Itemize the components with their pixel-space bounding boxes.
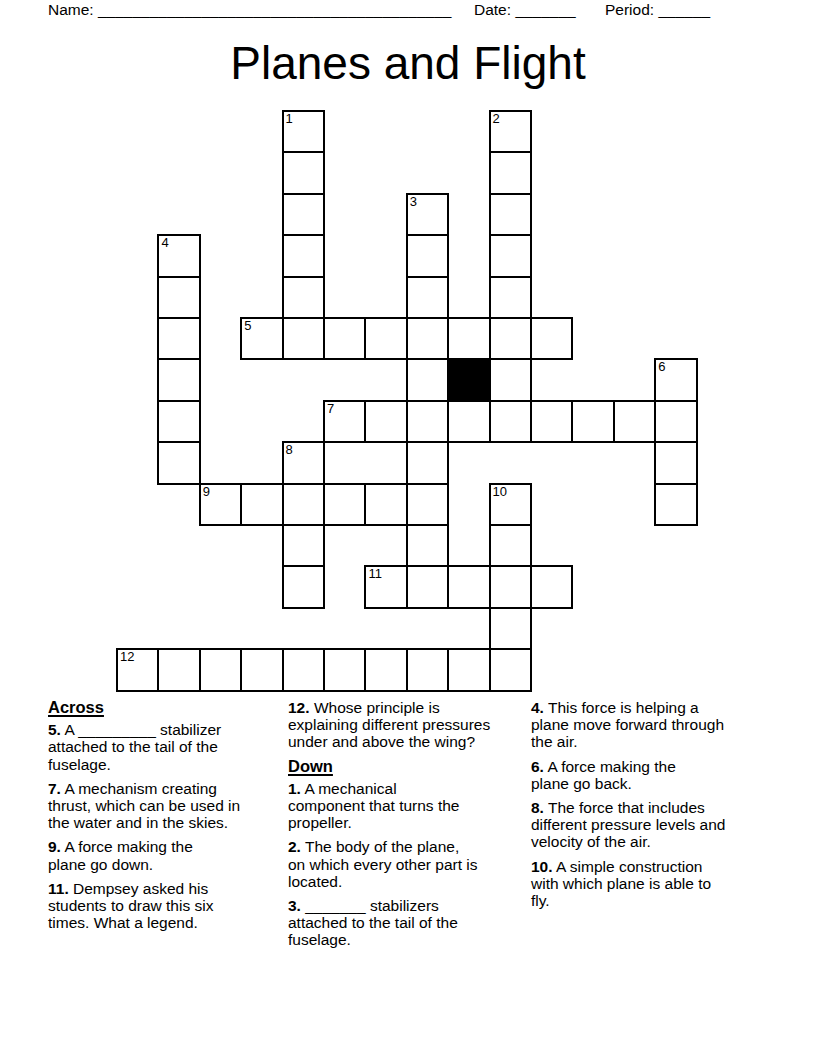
- clue-number-9: 9: [203, 485, 210, 499]
- clue-label: 1.: [288, 780, 301, 797]
- cell-r10c7[interactable]: [406, 524, 449, 567]
- clue-text: The body of the plane, on which every ot…: [288, 838, 478, 889]
- cell-r2c4[interactable]: [282, 193, 325, 236]
- clue-number-10: 10: [493, 485, 507, 499]
- clues-column-2: 12. Whose principle is explaining differ…: [288, 699, 540, 956]
- black-cell-r6c8: [447, 358, 490, 401]
- clues-column-1: Across5. A _________ stabilizer attached…: [48, 699, 300, 938]
- date-field: Date: _______: [474, 1, 576, 19]
- clue-across-12: 12. Whose principle is explaining differ…: [288, 699, 540, 751]
- cell-r7c8[interactable]: [447, 400, 490, 443]
- cell-r8c5[interactable]: [323, 441, 366, 484]
- cell-r9c2[interactable]: 9: [199, 483, 242, 526]
- cell-r3c9[interactable]: [489, 234, 532, 277]
- cell-r3c7[interactable]: [406, 234, 449, 277]
- clue-across-9: 9. A force making the plane go down.: [48, 838, 300, 872]
- cell-r3c1[interactable]: 4: [157, 234, 200, 277]
- clue-number-3: 3: [410, 195, 417, 209]
- clue-text: _______ stabilizers attached to the tail…: [288, 897, 458, 948]
- clue-number-4: 4: [161, 236, 168, 250]
- cell-r9c6[interactable]: [364, 483, 407, 526]
- clue-number-1: 1: [286, 112, 293, 126]
- cell-r7c5[interactable]: 7: [323, 400, 366, 443]
- cell-r4c1[interactable]: [157, 276, 200, 319]
- cell-r6c13[interactable]: 6: [654, 358, 697, 401]
- clue-text: This force is helping a plane move forwa…: [531, 699, 724, 750]
- clue-down-6: 6. A force making the plane go back.: [531, 758, 783, 792]
- cell-r7c1[interactable]: [157, 400, 200, 443]
- clue-down-2: 2. The body of the plane, on which every…: [288, 838, 540, 890]
- clue-number-6: 6: [658, 360, 665, 374]
- clue-text: A force making the plane go back.: [531, 758, 676, 792]
- clue-text: Dempsey asked his students to draw this …: [48, 880, 213, 931]
- cell-r13c2[interactable]: [199, 648, 242, 691]
- cell-r8c4[interactable]: 8: [282, 441, 325, 484]
- cell-r8c1[interactable]: [157, 441, 200, 484]
- clue-label: 3.: [288, 897, 301, 914]
- page-title: Planes and Flight: [0, 36, 816, 90]
- cell-r5c6[interactable]: [364, 317, 407, 360]
- clue-label: 10.: [531, 858, 553, 875]
- cell-r4c9[interactable]: [489, 276, 532, 319]
- cell-r1c9[interactable]: [489, 151, 532, 194]
- cell-r6c7[interactable]: [406, 358, 449, 401]
- cell-r5c10[interactable]: [530, 317, 573, 360]
- clue-label: 5.: [48, 721, 61, 738]
- clue-number-12: 12: [120, 650, 134, 664]
- cell-r5c5[interactable]: [323, 317, 366, 360]
- cell-r13c8[interactable]: [447, 648, 490, 691]
- clue-label: 12.: [288, 699, 310, 716]
- clue-down-10: 10. A simple construction with which pla…: [531, 858, 783, 910]
- cell-r4c4[interactable]: [282, 276, 325, 319]
- period-field: Period: ______: [605, 1, 710, 19]
- cell-r2c9[interactable]: [489, 193, 532, 236]
- clue-text: A simple construction with which plane i…: [531, 858, 711, 909]
- clue-text: A _________ stabilizer attached to the t…: [48, 721, 221, 772]
- name-label: Name:: [48, 1, 94, 18]
- cell-r7c13[interactable]: [654, 400, 697, 443]
- cell-r13c3[interactable]: [240, 648, 283, 691]
- cell-r12c9[interactable]: [489, 607, 532, 650]
- clue-label: 11.: [48, 880, 69, 897]
- clue-text: A force making the plane go down.: [48, 838, 193, 872]
- cell-r7c6[interactable]: [364, 400, 407, 443]
- cell-r1c4[interactable]: [282, 151, 325, 194]
- cell-r7c12[interactable]: [613, 400, 656, 443]
- clue-label: 6.: [531, 758, 544, 775]
- cell-r9c7[interactable]: [406, 483, 449, 526]
- clue-label: 4.: [531, 699, 544, 716]
- cell-r8c7[interactable]: [406, 441, 449, 484]
- cell-r8c6[interactable]: [364, 441, 407, 484]
- cell-r13c5[interactable]: [323, 648, 366, 691]
- worksheet-page: Name: __________________________________…: [0, 0, 816, 1056]
- cell-r11c10[interactable]: [530, 565, 573, 608]
- clue-across-7: 7. A mechanism creating thrust, which ca…: [48, 780, 300, 832]
- name-blank-line[interactable]: ________________________________________…: [98, 1, 451, 18]
- cell-r5c4[interactable]: [282, 317, 325, 360]
- cell-r5c3[interactable]: 5: [240, 317, 283, 360]
- name-field: Name: __________________________________…: [48, 1, 451, 19]
- clue-number-2: 2: [493, 112, 500, 126]
- cell-r13c0[interactable]: 12: [116, 648, 159, 691]
- cell-r7c10[interactable]: [530, 400, 573, 443]
- cell-r8c13[interactable]: [654, 441, 697, 484]
- cell-r13c1[interactable]: [157, 648, 200, 691]
- clue-text: The force that includes different pressu…: [531, 799, 725, 850]
- cell-r3c4[interactable]: [282, 234, 325, 277]
- clue-label: 8.: [531, 799, 544, 816]
- cell-r11c4[interactable]: [282, 565, 325, 608]
- cell-r13c6[interactable]: [364, 648, 407, 691]
- clue-number-8: 8: [286, 443, 293, 457]
- cell-r9c3[interactable]: [240, 483, 283, 526]
- cell-r7c9[interactable]: [489, 400, 532, 443]
- across-header: Across: [48, 699, 300, 716]
- down-header: Down: [288, 758, 540, 775]
- cell-r10c4[interactable]: [282, 524, 325, 567]
- cell-r11c8[interactable]: [447, 565, 490, 608]
- clue-text: Whose principle is explaining different …: [288, 699, 490, 750]
- clue-down-1: 1. A mechanical component that turns the…: [288, 780, 540, 832]
- cell-r0c4[interactable]: 1: [282, 110, 325, 153]
- clues-column-3: 4. This force is helping a plane move fo…: [531, 699, 783, 916]
- cell-r11c7[interactable]: [406, 565, 449, 608]
- cell-r5c7[interactable]: [406, 317, 449, 360]
- cell-r10c9[interactable]: [489, 524, 532, 567]
- clue-across-5: 5. A _________ stabilizer attached to th…: [48, 721, 300, 773]
- cell-r6c1[interactable]: [157, 358, 200, 401]
- cell-r13c7[interactable]: [406, 648, 449, 691]
- date-blank-line[interactable]: _______: [515, 1, 575, 18]
- clue-number-7: 7: [327, 402, 334, 416]
- clue-label: 9.: [48, 838, 61, 855]
- cell-r13c4[interactable]: [282, 648, 325, 691]
- clue-text: A mechanical component that turns the pr…: [288, 780, 459, 831]
- cell-r13c9[interactable]: [489, 648, 532, 691]
- cell-r5c9[interactable]: [489, 317, 532, 360]
- period-blank-line[interactable]: ______: [658, 1, 710, 18]
- clue-label: 2.: [288, 838, 301, 855]
- clue-down-4: 4. This force is helping a plane move fo…: [531, 699, 783, 751]
- clue-text: A mechanism creating thrust, which can b…: [48, 780, 240, 831]
- clue-label: 7.: [48, 780, 61, 797]
- cell-r9c9[interactable]: 10: [489, 483, 532, 526]
- clue-number-11: 11: [368, 567, 382, 581]
- cell-r11c6[interactable]: 11: [364, 565, 407, 608]
- period-label: Period:: [605, 1, 654, 18]
- cell-r9c13[interactable]: [654, 483, 697, 526]
- cell-r7c7[interactable]: [406, 400, 449, 443]
- clue-down-3: 3. _______ stabilizers attached to the t…: [288, 897, 540, 949]
- cell-r4c7[interactable]: [406, 276, 449, 319]
- cell-r7c11[interactable]: [571, 400, 614, 443]
- clue-down-8: 8. The force that includes different pre…: [531, 799, 783, 851]
- cell-r9c4[interactable]: [282, 483, 325, 526]
- cell-r9c5[interactable]: [323, 483, 366, 526]
- cell-r0c9[interactable]: 2: [489, 110, 532, 153]
- cell-r2c7[interactable]: 3: [406, 193, 449, 236]
- cell-r11c9[interactable]: [489, 565, 532, 608]
- clue-across-11: 11. Dempsey asked his students to draw t…: [48, 880, 300, 932]
- cell-r6c9[interactable]: [489, 358, 532, 401]
- clue-number-5: 5: [244, 319, 251, 333]
- cell-r5c8[interactable]: [447, 317, 490, 360]
- crossword-grid: 123456789101112: [116, 110, 698, 692]
- cell-r5c1[interactable]: [157, 317, 200, 360]
- date-label: Date:: [474, 1, 511, 18]
